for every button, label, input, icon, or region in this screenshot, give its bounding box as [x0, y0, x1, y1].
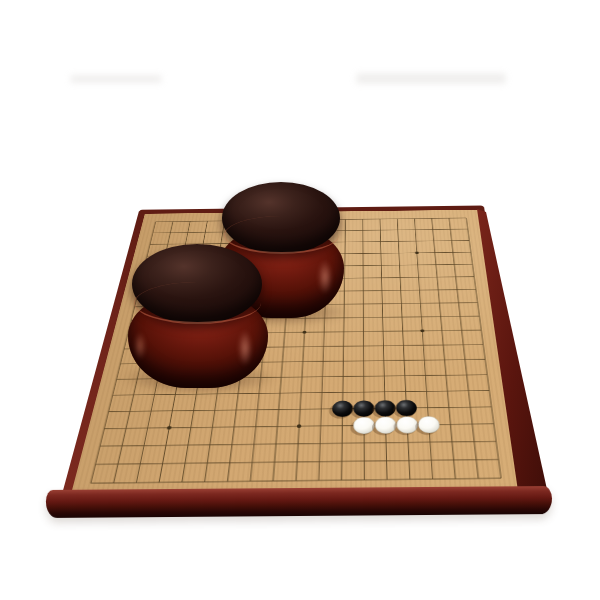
white-stone-O4	[375, 417, 396, 434]
star-point	[415, 252, 419, 255]
go-set-product-photo	[0, 0, 600, 600]
white-stone-N4	[353, 417, 374, 434]
front-stone-bowl	[126, 244, 270, 390]
star-point	[167, 426, 172, 430]
board-front-face	[46, 486, 552, 518]
bowl-highlight	[318, 260, 332, 294]
bowl-highlight	[238, 330, 252, 366]
bowl-lid-rim-reflection	[134, 282, 261, 324]
star-point	[302, 331, 306, 334]
bowl-highlight	[134, 332, 146, 360]
white-stone-P4	[396, 416, 418, 433]
star-point	[297, 424, 302, 428]
star-point	[420, 329, 424, 332]
